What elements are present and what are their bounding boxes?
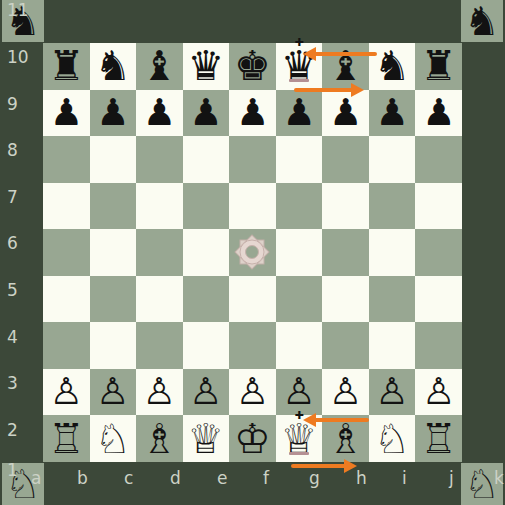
white-king-icon: ♔ — [234, 416, 271, 462]
square-i3[interactable]: ♙ — [369, 369, 416, 416]
black-knight-icon: ♞ — [374, 43, 411, 89]
square-j7[interactable] — [415, 183, 462, 230]
rank-label-1: 1 — [7, 460, 18, 480]
black-pawn-icon: ♟ — [376, 90, 409, 136]
square-i7[interactable] — [369, 183, 416, 230]
rank-label-6: 6 — [7, 233, 18, 253]
square-b4[interactable] — [43, 322, 90, 369]
file-label-e: e — [217, 468, 227, 488]
square-j4[interactable] — [415, 322, 462, 369]
square-g4[interactable] — [276, 322, 323, 369]
file-label-b: b — [77, 468, 88, 488]
rank-label-4: 4 — [7, 327, 18, 347]
square-i5[interactable] — [369, 276, 416, 323]
square-i4[interactable] — [369, 322, 416, 369]
square-f2[interactable]: ♔ — [229, 415, 276, 462]
square-h7[interactable] — [322, 183, 369, 230]
square-h6[interactable] — [322, 229, 369, 276]
square-e2[interactable]: ♕ — [183, 415, 230, 462]
square-e5[interactable] — [183, 276, 230, 323]
square-h8[interactable] — [322, 136, 369, 183]
square-f3[interactable]: ♙ — [229, 369, 276, 416]
file-label-a: a — [31, 468, 41, 488]
square-j9[interactable]: ♟ — [415, 90, 462, 137]
move-arrow-g2-to-h2 — [291, 459, 357, 473]
game-board-screen: ♜♞♝♛♚♛✚♝♞♜♟♟♟♟♟♟♟♟♟♙♙♙♙♙♙♙♙♙♖♘♗♕♔♕✚♗♘♖ ♞… — [0, 0, 505, 505]
square-j10[interactable]: ♜ — [415, 43, 462, 90]
move-arrow-g10-to-h10 — [294, 83, 364, 97]
rank-label-5: 5 — [7, 280, 18, 300]
square-i8[interactable] — [369, 136, 416, 183]
black-rook-icon: ♜ — [48, 43, 85, 89]
white-bishop-icon: ♗ — [141, 416, 178, 462]
square-f8[interactable] — [229, 136, 276, 183]
square-c7[interactable] — [90, 183, 137, 230]
square-b6[interactable] — [43, 229, 90, 276]
white-pawn-icon: ♙ — [329, 369, 362, 415]
square-g6[interactable] — [276, 229, 323, 276]
square-c4[interactable] — [90, 322, 137, 369]
citadel-square-k11[interactable]: ♞ — [461, 0, 503, 42]
crowned-band — [289, 79, 309, 82]
arrow-head-icon — [303, 413, 316, 427]
square-c10[interactable]: ♞ — [90, 43, 137, 90]
square-b7[interactable] — [43, 183, 90, 230]
black-pawn-icon: ♟ — [236, 90, 269, 136]
black-pawn-icon: ♟ — [189, 90, 222, 136]
square-e7[interactable] — [183, 183, 230, 230]
square-c8[interactable] — [90, 136, 137, 183]
square-f6[interactable] — [229, 229, 276, 276]
rank-label-2: 2 — [7, 420, 18, 440]
square-f10[interactable]: ♚ — [229, 43, 276, 90]
square-d8[interactable] — [136, 136, 183, 183]
square-c9[interactable]: ♟ — [90, 90, 137, 137]
square-b8[interactable] — [43, 136, 90, 183]
square-h4[interactable] — [322, 322, 369, 369]
black-rook-icon: ♜ — [420, 43, 457, 89]
square-e9[interactable]: ♟ — [183, 90, 230, 137]
square-e6[interactable] — [183, 229, 230, 276]
square-d7[interactable] — [136, 183, 183, 230]
file-label-j: j — [449, 468, 454, 488]
black-pawn-icon: ♟ — [96, 90, 129, 136]
square-c2[interactable]: ♘ — [90, 415, 137, 462]
rank-label-10: 10 — [7, 47, 29, 67]
main-board: ♜♞♝♛♚♛✚♝♞♜♟♟♟♟♟♟♟♟♟♙♙♙♙♙♙♙♙♙♖♘♗♕♔♕✚♗♘♖ — [43, 43, 462, 462]
white-pawn-icon: ♙ — [189, 369, 222, 415]
file-label-f: f — [263, 468, 269, 488]
black-bishop-icon: ♝ — [141, 43, 178, 89]
square-j5[interactable] — [415, 276, 462, 323]
square-c5[interactable] — [90, 276, 137, 323]
white-rook-icon: ♖ — [48, 416, 85, 462]
square-e3[interactable]: ♙ — [183, 369, 230, 416]
file-label-k: k — [494, 468, 504, 488]
square-d2[interactable]: ♗ — [136, 415, 183, 462]
rank-label-9: 9 — [7, 94, 18, 114]
file-label-i: i — [402, 468, 407, 488]
square-j8[interactable] — [415, 136, 462, 183]
square-b3[interactable]: ♙ — [43, 369, 90, 416]
arrow-head-icon — [351, 83, 364, 97]
black-queen-icon: ♛ — [188, 43, 225, 89]
fountain-rosette-icon — [231, 231, 273, 273]
square-i6[interactable] — [369, 229, 416, 276]
square-c6[interactable] — [90, 229, 137, 276]
square-f4[interactable] — [229, 322, 276, 369]
white-rook-icon: ♖ — [420, 416, 457, 462]
square-d6[interactable] — [136, 229, 183, 276]
black-pawn-icon: ♟ — [50, 90, 83, 136]
square-h5[interactable] — [322, 276, 369, 323]
rank-label-3: 3 — [7, 373, 18, 393]
file-label-c: c — [124, 468, 133, 488]
square-i2[interactable]: ♘ — [369, 415, 416, 462]
rank-label-8: 8 — [7, 140, 18, 160]
square-g8[interactable] — [276, 136, 323, 183]
square-d9[interactable]: ♟ — [136, 90, 183, 137]
black-pawn-icon: ♟ — [422, 90, 455, 136]
square-b9[interactable]: ♟ — [43, 90, 90, 137]
move-arrow-h10-to-g10 — [303, 47, 377, 61]
square-h3[interactable]: ♙ — [322, 369, 369, 416]
square-f7[interactable] — [229, 183, 276, 230]
square-f5[interactable] — [229, 276, 276, 323]
square-g7[interactable] — [276, 183, 323, 230]
move-arrow-h2-to-g2 — [303, 413, 369, 427]
file-label-d: d — [170, 468, 181, 488]
square-e10[interactable]: ♛ — [183, 43, 230, 90]
arrow-head-icon — [344, 459, 357, 473]
file-label-h: h — [356, 468, 367, 488]
rank-label-11: 11 — [7, 0, 29, 20]
square-d10[interactable]: ♝ — [136, 43, 183, 90]
square-b5[interactable] — [43, 276, 90, 323]
square-i9[interactable]: ♟ — [369, 90, 416, 137]
black-knight-icon: ♞ — [94, 43, 131, 89]
black-pawn-icon: ♟ — [143, 90, 176, 136]
square-g5[interactable] — [276, 276, 323, 323]
square-e8[interactable] — [183, 136, 230, 183]
black-king-icon: ♚ — [234, 43, 271, 89]
white-pawn-icon: ♙ — [376, 369, 409, 415]
square-j6[interactable] — [415, 229, 462, 276]
white-pawn-icon: ♙ — [50, 369, 83, 415]
white-queen-icon: ♕ — [188, 416, 225, 462]
rank-label-7: 7 — [7, 187, 18, 207]
white-pawn-icon: ♙ — [422, 369, 455, 415]
white-pawn-icon: ♙ — [96, 369, 129, 415]
square-b2[interactable]: ♖ — [43, 415, 90, 462]
square-d5[interactable] — [136, 276, 183, 323]
square-j3[interactable]: ♙ — [415, 369, 462, 416]
square-d3[interactable]: ♙ — [136, 369, 183, 416]
square-e4[interactable] — [183, 322, 230, 369]
arrow-head-icon — [303, 47, 316, 61]
white-pawn-icon: ♙ — [143, 369, 176, 415]
square-b10[interactable]: ♜ — [43, 43, 90, 90]
white-knight-icon: ♘ — [94, 416, 131, 462]
square-f9[interactable]: ♟ — [229, 90, 276, 137]
white-pawn-icon: ♙ — [236, 369, 269, 415]
square-j2[interactable]: ♖ — [415, 415, 462, 462]
crowned-band — [289, 452, 309, 455]
square-c3[interactable]: ♙ — [90, 369, 137, 416]
black-knight-icon: ♞ — [464, 0, 500, 42]
square-d4[interactable] — [136, 322, 183, 369]
white-knight-icon: ♘ — [374, 416, 411, 462]
